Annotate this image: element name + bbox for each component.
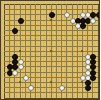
black-stone: [80, 23, 86, 29]
white-stone: [28, 85, 34, 91]
black-stone: [12, 28, 18, 34]
grid-line-horizontal: [4, 98, 99, 99]
grid-line-vertical: [56, 4, 57, 99]
black-stone: [18, 18, 24, 24]
white-stone: [59, 85, 65, 91]
white-stone: [23, 75, 29, 81]
grid-line-vertical: [98, 4, 99, 99]
black-stone: [96, 12, 101, 18]
black-stone: [90, 64, 96, 70]
star-point: [50, 81, 52, 83]
black-stone: [85, 85, 91, 91]
go-board[interactable]: [0, 0, 100, 100]
black-stone: [90, 75, 96, 81]
white-stone: [64, 12, 70, 18]
star-point: [50, 50, 52, 52]
white-stone: [18, 64, 24, 70]
grid-line-horizontal: [4, 92, 99, 93]
star-point: [81, 81, 83, 83]
black-stone: [90, 12, 96, 18]
black-stone: [49, 12, 55, 18]
white-stone: [90, 18, 96, 24]
black-stone: [12, 64, 18, 70]
star-point: [19, 81, 21, 83]
star-point: [50, 19, 52, 21]
star-point: [81, 50, 83, 52]
white-stone: [12, 70, 18, 76]
star-point: [19, 50, 21, 52]
grid-line-vertical: [66, 4, 67, 99]
